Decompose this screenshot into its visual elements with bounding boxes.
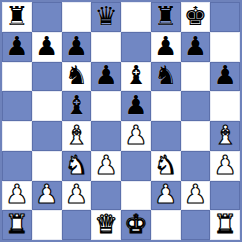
chess-board: ♜♛♜♚♟♟♟♟♟♞♟♝♞♟♝♟♝♟♝♞♟♞♟♟♟♟♟♟♜♛♚♜ — [0, 0, 242, 242]
square-f6[interactable]: ♞ — [151, 62, 181, 92]
square-c8[interactable] — [62, 2, 92, 32]
piece-white-king[interactable]: ♚ — [124, 211, 147, 237]
square-c2[interactable]: ♟ — [62, 181, 92, 211]
piece-white-rook[interactable]: ♜ — [5, 211, 28, 237]
square-b6[interactable] — [32, 62, 62, 92]
square-a4[interactable] — [2, 121, 32, 151]
square-c3[interactable]: ♞ — [62, 151, 92, 181]
piece-white-knight[interactable]: ♞ — [154, 152, 177, 178]
piece-black-king[interactable]: ♚ — [184, 3, 207, 29]
piece-black-bishop[interactable]: ♝ — [124, 62, 147, 88]
square-c5[interactable]: ♝ — [62, 91, 92, 121]
square-h6[interactable]: ♟ — [210, 62, 240, 92]
square-g1[interactable] — [181, 210, 211, 240]
square-g3[interactable] — [181, 151, 211, 181]
square-h8[interactable] — [210, 2, 240, 32]
piece-white-pawn[interactable]: ♟ — [213, 152, 236, 178]
square-h4[interactable]: ♝ — [210, 121, 240, 151]
square-d4[interactable] — [91, 121, 121, 151]
square-h5[interactable] — [210, 91, 240, 121]
piece-white-pawn[interactable]: ♟ — [5, 181, 28, 207]
square-h1[interactable]: ♜ — [210, 210, 240, 240]
piece-white-pawn[interactable]: ♟ — [124, 122, 147, 148]
piece-black-pawn[interactable]: ♟ — [35, 33, 58, 59]
square-b7[interactable]: ♟ — [32, 32, 62, 62]
piece-black-pawn[interactable]: ♟ — [213, 62, 236, 88]
square-d3[interactable]: ♟ — [91, 151, 121, 181]
square-d6[interactable]: ♟ — [91, 62, 121, 92]
square-h3[interactable]: ♟ — [210, 151, 240, 181]
square-a6[interactable] — [2, 62, 32, 92]
square-b2[interactable]: ♟ — [32, 181, 62, 211]
piece-white-bishop[interactable]: ♝ — [65, 122, 88, 148]
square-e1[interactable]: ♚ — [121, 210, 151, 240]
piece-white-pawn[interactable]: ♟ — [184, 181, 207, 207]
square-e7[interactable] — [121, 32, 151, 62]
square-e5[interactable]: ♟ — [121, 91, 151, 121]
square-g7[interactable]: ♟ — [181, 32, 211, 62]
piece-white-pawn[interactable]: ♟ — [35, 181, 58, 207]
piece-black-pawn[interactable]: ♟ — [124, 92, 147, 118]
square-a2[interactable]: ♟ — [2, 181, 32, 211]
square-h2[interactable] — [210, 181, 240, 211]
piece-white-queen[interactable]: ♛ — [94, 211, 117, 237]
piece-black-pawn[interactable]: ♟ — [184, 33, 207, 59]
square-d2[interactable] — [91, 181, 121, 211]
square-g8[interactable]: ♚ — [181, 2, 211, 32]
square-f8[interactable]: ♜ — [151, 2, 181, 32]
piece-black-rook[interactable]: ♜ — [154, 3, 177, 29]
square-b4[interactable] — [32, 121, 62, 151]
square-a8[interactable]: ♜ — [2, 2, 32, 32]
piece-black-rook[interactable]: ♜ — [5, 3, 28, 29]
square-e6[interactable]: ♝ — [121, 62, 151, 92]
square-e3[interactable] — [121, 151, 151, 181]
piece-black-pawn[interactable]: ♟ — [65, 33, 88, 59]
piece-white-bishop[interactable]: ♝ — [213, 122, 236, 148]
square-f4[interactable] — [151, 121, 181, 151]
square-d8[interactable]: ♛ — [91, 2, 121, 32]
square-g4[interactable] — [181, 121, 211, 151]
square-c7[interactable]: ♟ — [62, 32, 92, 62]
piece-white-knight[interactable]: ♞ — [65, 152, 88, 178]
square-a1[interactable]: ♜ — [2, 210, 32, 240]
piece-black-knight[interactable]: ♞ — [154, 62, 177, 88]
square-c4[interactable]: ♝ — [62, 121, 92, 151]
square-f3[interactable]: ♞ — [151, 151, 181, 181]
square-b8[interactable] — [32, 2, 62, 32]
square-a5[interactable] — [2, 91, 32, 121]
square-a3[interactable] — [2, 151, 32, 181]
square-d5[interactable] — [91, 91, 121, 121]
square-f1[interactable] — [151, 210, 181, 240]
square-e2[interactable] — [121, 181, 151, 211]
piece-white-rook[interactable]: ♜ — [213, 211, 236, 237]
square-f7[interactable]: ♟ — [151, 32, 181, 62]
square-g2[interactable]: ♟ — [181, 181, 211, 211]
square-e8[interactable] — [121, 2, 151, 32]
square-c6[interactable]: ♞ — [62, 62, 92, 92]
square-d7[interactable] — [91, 32, 121, 62]
piece-black-queen[interactable]: ♛ — [94, 3, 117, 29]
piece-black-pawn[interactable]: ♟ — [94, 62, 117, 88]
piece-white-pawn[interactable]: ♟ — [94, 152, 117, 178]
piece-black-bishop[interactable]: ♝ — [65, 92, 88, 118]
square-g5[interactable] — [181, 91, 211, 121]
square-b1[interactable] — [32, 210, 62, 240]
square-c1[interactable] — [62, 210, 92, 240]
piece-white-pawn[interactable]: ♟ — [154, 181, 177, 207]
square-a7[interactable]: ♟ — [2, 32, 32, 62]
square-b3[interactable] — [32, 151, 62, 181]
piece-black-pawn[interactable]: ♟ — [5, 33, 28, 59]
square-g6[interactable] — [181, 62, 211, 92]
piece-black-pawn[interactable]: ♟ — [154, 33, 177, 59]
square-e4[interactable]: ♟ — [121, 121, 151, 151]
square-b5[interactable] — [32, 91, 62, 121]
square-f2[interactable]: ♟ — [151, 181, 181, 211]
square-d1[interactable]: ♛ — [91, 210, 121, 240]
square-h7[interactable] — [210, 32, 240, 62]
piece-white-pawn[interactable]: ♟ — [65, 181, 88, 207]
piece-black-knight[interactable]: ♞ — [65, 62, 88, 88]
square-f5[interactable] — [151, 91, 181, 121]
